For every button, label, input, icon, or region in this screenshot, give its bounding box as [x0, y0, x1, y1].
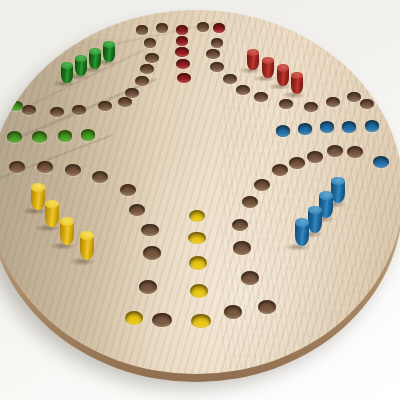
peg-green-3[interactable] [89, 48, 101, 73]
peg-yellow-4[interactable] [80, 231, 95, 264]
peg-red-4[interactable] [291, 72, 303, 98]
table-surface [0, 0, 400, 400]
peg-yellow-3[interactable] [60, 217, 74, 249]
peg-red-2[interactable] [262, 57, 274, 82]
peg-red-3[interactable] [277, 64, 289, 90]
peg-blue-4[interactable] [331, 177, 345, 207]
peg-red-1[interactable] [247, 49, 259, 74]
peg-green-4[interactable] [103, 41, 114, 66]
peg-cap [262, 57, 274, 64]
peg-yellow-2[interactable] [45, 200, 59, 231]
peg-yellow-1[interactable] [31, 183, 45, 214]
peg-blue-1[interactable] [295, 218, 309, 250]
peg-cap [31, 183, 45, 192]
peg-cap [89, 48, 101, 55]
peg-cap [60, 217, 74, 226]
peg-blue-2[interactable] [308, 206, 322, 237]
peg-green-1[interactable] [61, 62, 73, 87]
peg-cap [61, 62, 73, 69]
peg-cap [277, 64, 289, 71]
peg-green-2[interactable] [75, 55, 87, 80]
peg-cap [331, 177, 345, 186]
pegs-layer [0, 0, 400, 400]
peg-cap [295, 218, 309, 227]
peg-cap [75, 55, 87, 62]
peg-cap [247, 49, 259, 56]
peg-cap [319, 191, 333, 200]
